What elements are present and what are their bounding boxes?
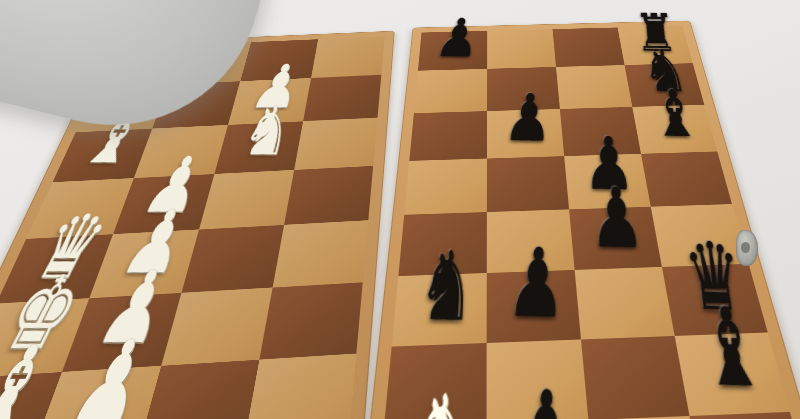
square-f4[interactable]: [259, 282, 362, 359]
piece-black-pawn-h6[interactable]: ♟: [485, 351, 597, 419]
square-c5[interactable]: [409, 111, 487, 161]
square-e7[interactable]: ♟: [569, 207, 662, 270]
square-f6[interactable]: ♟: [487, 270, 581, 343]
piece-black-bishop-g8[interactable]: ♝: [676, 274, 793, 419]
piece-black-pawn-c6[interactable]: ♟: [486, 73, 567, 166]
square-d6[interactable]: [487, 156, 569, 212]
piece-black-bishop-c8[interactable]: ♝: [635, 69, 718, 161]
square-b5[interactable]: [414, 69, 487, 113]
square-e4[interactable]: [273, 220, 369, 287]
board-half-right: ♟♜♞♟♝♟♟♞♟♛♝♞♟: [357, 21, 800, 419]
piece-black-pawn-e7[interactable]: ♟: [574, 162, 663, 280]
square-f7[interactable]: [575, 267, 675, 340]
square-a6[interactable]: [487, 29, 556, 69]
square-a7[interactable]: [553, 27, 625, 66]
square-f5[interactable]: ♞: [392, 273, 487, 347]
square-d4[interactable]: [284, 166, 373, 225]
square-c6[interactable]: ♟: [487, 109, 564, 159]
square-c4[interactable]: [294, 118, 377, 170]
square-d5[interactable]: [404, 159, 487, 215]
square-g7[interactable]: [581, 336, 690, 419]
piece-black-pawn-a5[interactable]: ♟: [417, 2, 497, 77]
table-scene: ♜♟♝♞♟♛♟♚♟♝♟♟ ♟♜♞♟♝♟♟♞♟♛♝♞♟: [0, 0, 800, 419]
square-a5[interactable]: ♟: [418, 31, 487, 71]
square-b7[interactable]: [556, 65, 632, 109]
piece-black-pawn-f6[interactable]: ♟: [486, 218, 582, 353]
board-latch: [736, 230, 758, 266]
board-grid-right: ♟♜♞♟♝♟♟♞♟♛♝♞♟: [375, 26, 800, 419]
square-g4[interactable]: [244, 354, 356, 419]
square-g8[interactable]: ♝: [675, 332, 790, 416]
